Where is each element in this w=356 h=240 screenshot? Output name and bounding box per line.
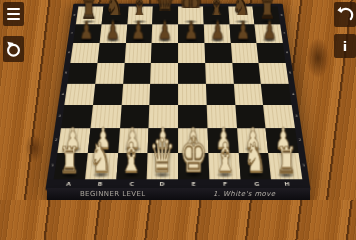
rank-label-5: 5: [288, 68, 292, 78]
rank-label-6: 6: [67, 48, 71, 58]
rank-label-6: 6: [285, 48, 289, 58]
undo-icon: [337, 6, 354, 23]
rank-label-2: 2: [298, 135, 303, 147]
piece-black-pawn[interactable]: ♟: [132, 18, 146, 42]
file-label-b: B: [89, 181, 111, 187]
square-a1[interactable]: ♜: [54, 153, 88, 179]
piece-black-pawn[interactable]: ♟: [79, 18, 93, 42]
square-a7[interactable]: ♟: [73, 24, 101, 43]
piece-white-king[interactable]: ♚: [180, 130, 208, 179]
square-g4[interactable]: [233, 83, 263, 105]
status-right: 1. White's move: [179, 190, 311, 198]
square-c6[interactable]: [124, 43, 152, 63]
file-label-a: A: [58, 181, 80, 187]
file-label-f: F: [214, 181, 236, 187]
level-label: BEGINNER LEVEL: [80, 190, 146, 198]
square-c5[interactable]: [123, 63, 151, 84]
info-icon: i: [343, 40, 347, 53]
square-b7[interactable]: ♟: [99, 24, 127, 43]
hamburger-icon: [7, 18, 20, 20]
square-a6[interactable]: [70, 43, 99, 63]
hamburger-icon: [7, 8, 20, 10]
rank-label-1: 1: [50, 159, 55, 172]
chess-board-scene: ♜♞♝♛♚♝♞♜♟♟♟♟♟♟♟♟♟♟♟♟♟♟♟♟♜♞♝♛♚♝♞♜ 8765432…: [45, 4, 310, 191]
square-e6[interactable]: [178, 43, 205, 63]
piece-black-pawn[interactable]: ♟: [237, 18, 251, 42]
piece-black-pawn[interactable]: ♟: [184, 18, 198, 42]
square-c7[interactable]: ♟: [126, 24, 153, 43]
piece-white-rook[interactable]: ♜: [276, 142, 297, 178]
square-e5[interactable]: [178, 63, 206, 84]
rank-label-8: 8: [280, 11, 284, 20]
file-label-d: D: [152, 181, 173, 187]
square-e7[interactable]: ♟: [178, 24, 204, 43]
square-h1[interactable]: ♜: [268, 153, 302, 179]
square-f1[interactable]: ♝: [208, 153, 240, 179]
square-a5[interactable]: [67, 63, 97, 84]
square-b5[interactable]: [95, 63, 124, 84]
hamburger-icon: [7, 13, 20, 15]
square-f5[interactable]: [205, 63, 233, 84]
file-label-h: H: [276, 181, 298, 187]
square-d1[interactable]: ♛: [147, 153, 178, 179]
square-g1[interactable]: ♞: [238, 153, 271, 179]
rank-label-3: 3: [294, 111, 299, 123]
piece-black-pawn[interactable]: ♟: [210, 18, 224, 42]
piece-white-knight[interactable]: ♞: [89, 138, 112, 178]
move-indicator: 1. White's move: [213, 190, 276, 198]
square-g5[interactable]: [232, 63, 261, 84]
square-e1[interactable]: ♚: [178, 153, 209, 179]
square-b6[interactable]: [97, 43, 125, 63]
square-h4[interactable]: [261, 83, 292, 105]
square-e4[interactable]: [178, 83, 206, 105]
piece-white-queen[interactable]: ♛: [149, 132, 175, 178]
info-button[interactable]: i: [334, 34, 356, 58]
square-d6[interactable]: [151, 43, 178, 63]
square-d4[interactable]: [150, 83, 178, 105]
file-label-c: C: [120, 181, 142, 187]
file-label-g: G: [245, 181, 267, 187]
board-frame: ♜♞♝♛♚♝♞♜♟♟♟♟♟♟♟♟♟♟♟♟♟♟♟♟♜♞♝♛♚♝♞♜ 8765432…: [45, 4, 310, 191]
board-squares: ♜♞♝♛♚♝♞♜♟♟♟♟♟♟♟♟♟♟♟♟♟♟♟♟♜♞♝♛♚♝♞♜: [54, 7, 303, 180]
square-b1[interactable]: ♞: [85, 153, 118, 179]
square-h5[interactable]: [259, 63, 289, 84]
file-label-e: E: [183, 181, 204, 187]
square-g6[interactable]: [230, 43, 258, 63]
piece-black-pawn[interactable]: ♟: [158, 18, 172, 42]
status-left: BEGINNER LEVEL: [47, 190, 179, 198]
rank-label-7: 7: [282, 29, 286, 38]
rotate-icon: [5, 41, 22, 58]
square-h7[interactable]: ♟: [255, 24, 283, 43]
status-bar: BEGINNER LEVEL 1. White's move: [47, 188, 310, 200]
piece-white-bishop[interactable]: ♝: [120, 138, 143, 178]
square-b4[interactable]: [93, 83, 123, 105]
app-background: { "game": "chess", "position": { "fen": …: [0, 0, 356, 200]
rank-label-8: 8: [72, 11, 76, 20]
rank-label-7: 7: [70, 29, 74, 38]
undo-button[interactable]: [334, 2, 356, 27]
square-f4[interactable]: [206, 83, 235, 105]
square-f6[interactable]: [204, 43, 232, 63]
piece-white-rook[interactable]: ♜: [59, 142, 80, 178]
square-d5[interactable]: [150, 63, 178, 84]
piece-white-knight[interactable]: ♞: [244, 138, 267, 178]
square-c1[interactable]: ♝: [116, 153, 148, 179]
square-f7[interactable]: ♟: [204, 24, 231, 43]
rank-label-1: 1: [301, 159, 306, 172]
square-d7[interactable]: ♟: [152, 24, 178, 43]
square-a4[interactable]: [64, 83, 95, 105]
rotate-board-button[interactable]: [3, 36, 24, 62]
piece-white-bishop[interactable]: ♝: [213, 138, 236, 178]
piece-black-pawn[interactable]: ♟: [106, 18, 120, 42]
piece-black-pawn[interactable]: ♟: [263, 18, 277, 42]
square-c4[interactable]: [121, 83, 150, 105]
square-g7[interactable]: ♟: [229, 24, 257, 43]
rank-label-4: 4: [291, 89, 296, 100]
square-h6[interactable]: [257, 43, 286, 63]
menu-button[interactable]: [3, 2, 24, 26]
